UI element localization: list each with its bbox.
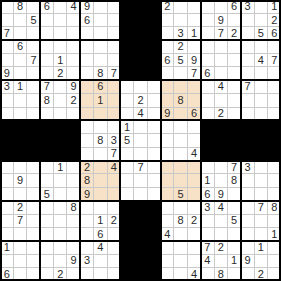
empty-cell-r9c11[interactable] <box>147 120 160 133</box>
empty-cell-r4c6[interactable] <box>80 54 93 67</box>
given-cell-r8c12: 9 <box>161 107 174 120</box>
empty-cell-r5c12[interactable] <box>161 67 174 80</box>
empty-cell-r18c6[interactable] <box>80 241 93 254</box>
empty-cell-r13c9[interactable] <box>120 174 133 187</box>
empty-cell-r19c8[interactable] <box>107 254 120 267</box>
empty-cell-r17c6[interactable] <box>80 227 93 240</box>
empty-cell-r16c0[interactable] <box>0 214 13 227</box>
empty-cell-r7c19[interactable] <box>254 94 267 107</box>
empty-cell-r1c19[interactable] <box>254 13 267 26</box>
empty-cell-r12c14[interactable] <box>187 161 200 174</box>
empty-cell-r6c6[interactable] <box>80 80 93 93</box>
empty-cell-r3c18[interactable] <box>241 40 254 53</box>
empty-cell-r2c2[interactable] <box>27 27 40 40</box>
empty-cell-r20c8[interactable] <box>107 268 120 281</box>
empty-cell-r12c20[interactable] <box>268 161 281 174</box>
empty-cell-r1c8[interactable] <box>107 13 120 26</box>
given-cell-r11c8: 7 <box>107 147 120 160</box>
empty-cell-r3c0[interactable] <box>0 40 13 53</box>
empty-cell-r15c2[interactable] <box>27 201 40 214</box>
empty-cell-r14c7[interactable] <box>94 187 107 200</box>
empty-cell-r8c17[interactable] <box>227 107 240 120</box>
empty-cell-r18c1[interactable] <box>13 241 26 254</box>
empty-cell-r1c12[interactable] <box>161 13 174 26</box>
empty-cell-r8c20[interactable] <box>268 107 281 120</box>
empty-cell-r19c14[interactable] <box>187 254 200 267</box>
empty-cell-r17c13[interactable] <box>174 227 187 240</box>
empty-cell-r8c6[interactable] <box>80 107 93 120</box>
empty-cell-r18c12[interactable] <box>161 241 174 254</box>
empty-cell-r18c4[interactable] <box>54 241 67 254</box>
empty-cell-r3c14[interactable] <box>187 40 200 53</box>
empty-cell-r9c13[interactable] <box>174 120 187 133</box>
empty-cell-r10c11[interactable] <box>147 134 160 147</box>
empty-cell-r7c6[interactable] <box>80 94 93 107</box>
empty-cell-r12c12[interactable] <box>161 161 174 174</box>
empty-cell-r8c5[interactable] <box>67 107 80 120</box>
empty-cell-r19c20[interactable] <box>268 254 281 267</box>
empty-cell-r15c12[interactable] <box>161 201 174 214</box>
empty-cell-r12c16[interactable] <box>214 161 227 174</box>
empty-cell-r7c14[interactable] <box>187 94 200 107</box>
given-cell-r14c6: 9 <box>80 187 93 200</box>
empty-cell-r16c20[interactable] <box>268 214 281 227</box>
given-cell-r10c7: 8 <box>94 134 107 147</box>
empty-cell-r8c7[interactable] <box>94 107 107 120</box>
empty-cell-r13c13[interactable] <box>174 174 187 187</box>
empty-cell-r5c3[interactable] <box>40 67 53 80</box>
empty-cell-r17c2[interactable] <box>27 227 40 240</box>
given-cell-r1c2: 5 <box>27 13 40 26</box>
empty-cell-r5c19[interactable] <box>254 67 267 80</box>
empty-cell-r13c14[interactable] <box>187 174 200 187</box>
empty-cell-r14c17[interactable] <box>227 187 240 200</box>
given-cell-r10c8: 3 <box>107 134 120 147</box>
empty-cell-r13c12[interactable] <box>161 174 174 187</box>
empty-cell-r14c4[interactable] <box>54 187 67 200</box>
empty-cell-r16c4[interactable] <box>54 214 67 227</box>
empty-cell-r7c16[interactable] <box>214 94 227 107</box>
empty-cell-r5c18[interactable] <box>241 67 254 80</box>
empty-cell-r13c19[interactable] <box>254 174 267 187</box>
empty-cell-r15c13[interactable] <box>174 201 187 214</box>
empty-cell-r15c4[interactable] <box>54 201 67 214</box>
empty-cell-r12c0[interactable] <box>0 161 13 174</box>
given-cell-r5c15: 6 <box>201 67 214 80</box>
empty-cell-r3c19[interactable] <box>254 40 267 53</box>
empty-cell-r6c15[interactable] <box>201 80 214 93</box>
empty-cell-r18c2[interactable] <box>27 241 40 254</box>
empty-cell-r6c14[interactable] <box>187 80 200 93</box>
empty-cell-r8c18[interactable] <box>241 107 254 120</box>
empty-cell-r18c3[interactable] <box>40 241 53 254</box>
given-cell-r20c14: 4 <box>187 268 200 281</box>
empty-cell-r12c1[interactable] <box>13 161 26 174</box>
empty-cell-r12c7[interactable] <box>94 161 107 174</box>
empty-cell-r10c12[interactable] <box>161 134 174 147</box>
empty-cell-r3c7[interactable] <box>94 40 107 53</box>
empty-cell-r12c11[interactable] <box>147 161 160 174</box>
empty-cell-r0c2[interactable] <box>27 0 40 13</box>
empty-cell-r2c8[interactable] <box>107 27 120 40</box>
empty-cell-r20c5[interactable] <box>67 268 80 281</box>
empty-cell-r11c11[interactable] <box>147 147 160 160</box>
empty-cell-r17c15[interactable] <box>201 227 214 240</box>
empty-cell-r8c9[interactable] <box>120 107 133 120</box>
empty-cell-r2c15[interactable] <box>201 27 214 40</box>
empty-cell-r4c17[interactable] <box>227 54 240 67</box>
empty-cell-r14c12[interactable] <box>161 187 174 200</box>
empty-cell-r14c10[interactable] <box>134 187 147 200</box>
empty-cell-r14c0[interactable] <box>0 187 13 200</box>
empty-cell-r20c12[interactable] <box>161 268 174 281</box>
given-cell-r13c15: 1 <box>201 174 214 187</box>
empty-cell-r14c9[interactable] <box>120 187 133 200</box>
empty-cell-r19c7[interactable] <box>94 254 107 267</box>
empty-cell-r18c8[interactable] <box>107 241 120 254</box>
empty-cell-r18c14[interactable] <box>187 241 200 254</box>
given-cell-r12c4: 1 <box>54 161 67 174</box>
empty-cell-r0c8[interactable] <box>107 0 120 13</box>
empty-cell-r1c15[interactable] <box>201 13 214 26</box>
empty-cell-r13c4[interactable] <box>54 174 67 187</box>
empty-cell-r16c19[interactable] <box>254 214 267 227</box>
empty-cell-r7c2[interactable] <box>27 94 40 107</box>
empty-cell-r4c8[interactable] <box>107 54 120 67</box>
empty-cell-r8c8[interactable] <box>107 107 120 120</box>
empty-cell-r8c4[interactable] <box>54 107 67 120</box>
empty-cell-r7c15[interactable] <box>201 94 214 107</box>
empty-cell-r20c1[interactable] <box>13 268 26 281</box>
empty-cell-r6c2[interactable] <box>27 80 40 93</box>
empty-cell-r7c9[interactable] <box>120 94 133 107</box>
empty-cell-r11c10[interactable] <box>134 147 147 160</box>
given-cell-r13c17: 8 <box>227 174 240 187</box>
empty-cell-r14c8[interactable] <box>107 187 120 200</box>
empty-cell-r7c17[interactable] <box>227 94 240 107</box>
empty-cell-r6c12[interactable] <box>161 80 174 93</box>
empty-cell-r0c19[interactable] <box>254 0 267 13</box>
empty-cell-r14c2[interactable] <box>27 187 40 200</box>
empty-cell-r1c7[interactable] <box>94 13 107 26</box>
empty-cell-r8c0[interactable] <box>0 107 13 120</box>
given-cell-r4c2: 7 <box>27 54 40 67</box>
empty-cell-r19c4[interactable] <box>54 254 67 267</box>
empty-cell-r1c1[interactable] <box>13 13 26 26</box>
empty-cell-r17c18[interactable] <box>241 227 254 240</box>
empty-cell-r8c15[interactable] <box>201 107 214 120</box>
empty-cell-r5c5[interactable] <box>67 67 80 80</box>
empty-cell-r8c19[interactable] <box>254 107 267 120</box>
empty-cell-r16c5[interactable] <box>67 214 80 227</box>
empty-cell-r3c8[interactable] <box>107 40 120 53</box>
empty-cell-r20c7[interactable] <box>94 268 107 281</box>
empty-cell-r6c19[interactable] <box>254 80 267 93</box>
empty-cell-r6c13[interactable] <box>174 80 187 93</box>
empty-cell-r2c6[interactable] <box>80 27 93 40</box>
empty-cell-r1c4[interactable] <box>54 13 67 26</box>
empty-cell-r0c7[interactable] <box>94 0 107 13</box>
empty-cell-r13c20[interactable] <box>268 174 281 187</box>
empty-cell-r9c12[interactable] <box>161 120 174 133</box>
empty-cell-r19c13[interactable] <box>174 254 187 267</box>
given-cell-r19c15: 4 <box>201 254 214 267</box>
empty-cell-r1c13[interactable] <box>174 13 187 26</box>
empty-cell-r13c18[interactable] <box>241 174 254 187</box>
empty-cell-r4c5[interactable] <box>67 54 80 67</box>
empty-cell-r12c15[interactable] <box>201 161 214 174</box>
empty-cell-r5c6[interactable] <box>80 67 93 80</box>
empty-cell-r15c14[interactable] <box>187 201 200 214</box>
empty-cell-r3c15[interactable] <box>201 40 214 53</box>
empty-cell-r19c1[interactable] <box>13 254 26 267</box>
empty-cell-r3c6[interactable] <box>80 40 93 53</box>
empty-cell-r8c3[interactable] <box>40 107 53 120</box>
empty-cell-r13c5[interactable] <box>67 174 80 187</box>
empty-cell-r4c0[interactable] <box>0 54 13 67</box>
empty-cell-r2c1[interactable] <box>13 27 26 40</box>
empty-cell-r18c5[interactable] <box>67 241 80 254</box>
given-cell-r6c1: 1 <box>13 80 26 93</box>
given-cell-r8c16: 2 <box>214 107 227 120</box>
empty-cell-r18c13[interactable] <box>174 241 187 254</box>
empty-cell-r9c10[interactable] <box>134 120 147 133</box>
empty-cell-r9c14[interactable] <box>187 120 200 133</box>
given-cell-r3c13: 2 <box>174 40 187 53</box>
given-cell-r6c7: 6 <box>94 80 107 93</box>
empty-cell-r7c8[interactable] <box>107 94 120 107</box>
empty-cell-r8c13[interactable] <box>174 107 187 120</box>
empty-cell-r0c14[interactable] <box>187 0 200 13</box>
empty-cell-r12c13[interactable] <box>174 161 187 174</box>
empty-cell-r1c3[interactable] <box>40 13 53 26</box>
given-cell-r0c18: 3 <box>241 0 254 13</box>
empty-cell-r2c5[interactable] <box>67 27 80 40</box>
empty-cell-r7c4[interactable] <box>54 94 67 107</box>
empty-cell-r1c14[interactable] <box>187 13 200 26</box>
empty-cell-r20c15[interactable] <box>201 268 214 281</box>
empty-cell-r20c13[interactable] <box>174 268 187 281</box>
empty-cell-r12c19[interactable] <box>254 161 267 174</box>
empty-cell-r9c6[interactable] <box>80 120 93 133</box>
empty-cell-r4c3[interactable] <box>40 54 53 67</box>
empty-cell-r20c20[interactable] <box>268 268 281 281</box>
empty-cell-r15c6[interactable] <box>80 201 93 214</box>
empty-cell-r19c2[interactable] <box>27 254 40 267</box>
empty-cell-r13c3[interactable] <box>40 174 53 187</box>
given-cell-r18c15: 7 <box>201 241 214 254</box>
empty-cell-r15c17[interactable] <box>227 201 240 214</box>
empty-cell-r10c13[interactable] <box>174 134 187 147</box>
empty-cell-r20c17[interactable] <box>227 268 240 281</box>
empty-cell-r15c0[interactable] <box>0 201 13 214</box>
empty-cell-r20c3[interactable] <box>40 268 53 281</box>
empty-cell-r6c17[interactable] <box>227 80 240 93</box>
empty-cell-r13c0[interactable] <box>0 174 13 187</box>
empty-cell-r9c7[interactable] <box>94 120 107 133</box>
empty-cell-r5c20[interactable] <box>268 67 281 80</box>
empty-cell-r17c17[interactable] <box>227 227 240 240</box>
empty-cell-r12c2[interactable] <box>27 161 40 174</box>
empty-cell-r7c20[interactable] <box>268 94 281 107</box>
empty-cell-r16c16[interactable] <box>214 214 227 227</box>
empty-cell-r18c18[interactable] <box>241 241 254 254</box>
empty-cell-r11c6[interactable] <box>80 147 93 160</box>
empty-cell-r0c4[interactable] <box>54 0 67 13</box>
given-cell-r2c19: 5 <box>254 27 267 40</box>
empty-cell-r16c3[interactable] <box>40 214 53 227</box>
empty-cell-r2c4[interactable] <box>54 27 67 40</box>
empty-cell-r13c2[interactable] <box>27 174 40 187</box>
empty-cell-r6c9[interactable] <box>120 80 133 93</box>
empty-cell-r4c7[interactable] <box>94 54 107 67</box>
empty-cell-r0c15[interactable] <box>201 0 214 13</box>
empty-cell-r1c0[interactable] <box>0 13 13 26</box>
empty-cell-r17c4[interactable] <box>54 227 67 240</box>
empty-cell-r14c19[interactable] <box>254 187 267 200</box>
empty-cell-r10c10[interactable] <box>134 134 147 147</box>
empty-cell-r6c4[interactable] <box>54 80 67 93</box>
empty-cell-r5c16[interactable] <box>214 67 227 80</box>
given-cell-r15c1: 2 <box>13 201 26 214</box>
given-cell-r15c15: 3 <box>201 201 214 214</box>
empty-cell-r16c6[interactable] <box>80 214 93 227</box>
empty-cell-r14c18[interactable] <box>241 187 254 200</box>
empty-cell-r13c7[interactable] <box>94 174 107 187</box>
empty-cell-r9c8[interactable] <box>107 120 120 133</box>
empty-cell-r0c13[interactable] <box>174 0 187 13</box>
empty-cell-r3c12[interactable] <box>161 40 174 53</box>
empty-cell-r7c18[interactable] <box>241 94 254 107</box>
empty-cell-r19c16[interactable] <box>214 254 227 267</box>
empty-cell-r7c11[interactable] <box>147 94 160 107</box>
empty-cell-r10c6[interactable] <box>80 134 93 147</box>
empty-cell-r14c20[interactable] <box>268 187 281 200</box>
empty-cell-r2c12[interactable] <box>161 27 174 40</box>
empty-cell-r8c11[interactable] <box>147 107 160 120</box>
empty-cell-r17c1[interactable] <box>13 227 26 240</box>
empty-cell-r13c8[interactable] <box>107 174 120 187</box>
empty-cell-r15c3[interactable] <box>40 201 53 214</box>
empty-cell-r4c15[interactable] <box>201 54 214 67</box>
empty-cell-r2c18[interactable] <box>241 27 254 40</box>
empty-cell-r2c7[interactable] <box>94 27 107 40</box>
empty-cell-r14c5[interactable] <box>67 187 80 200</box>
empty-cell-r18c20[interactable] <box>268 241 281 254</box>
empty-cell-r11c13[interactable] <box>174 147 187 160</box>
empty-cell-r17c14[interactable] <box>187 227 200 240</box>
empty-cell-r17c3[interactable] <box>40 227 53 240</box>
empty-cell-r19c0[interactable] <box>0 254 13 267</box>
empty-cell-r3c20[interactable] <box>268 40 281 53</box>
empty-cell-r0c0[interactable] <box>0 0 13 13</box>
empty-cell-r13c16[interactable] <box>214 174 227 187</box>
empty-cell-r16c15[interactable] <box>201 214 214 227</box>
empty-cell-r17c19[interactable] <box>254 227 267 240</box>
given-cell-r3c1: 6 <box>13 40 26 53</box>
empty-cell-r11c12[interactable] <box>161 147 174 160</box>
empty-cell-r13c11[interactable] <box>147 174 160 187</box>
empty-cell-r20c2[interactable] <box>27 268 40 281</box>
empty-cell-r17c8[interactable] <box>107 227 120 240</box>
empty-cell-r4c1[interactable] <box>13 54 26 67</box>
empty-cell-r13c10[interactable] <box>134 174 147 187</box>
empty-cell-r6c8[interactable] <box>107 80 120 93</box>
empty-cell-r12c9[interactable] <box>120 161 133 174</box>
empty-cell-r5c2[interactable] <box>27 67 40 80</box>
empty-cell-r19c12[interactable] <box>161 254 174 267</box>
empty-cell-r3c16[interactable] <box>214 40 227 53</box>
empty-cell-r8c1[interactable] <box>13 107 26 120</box>
empty-cell-r0c16[interactable] <box>214 0 227 13</box>
given-cell-r4c19: 4 <box>254 54 267 67</box>
empty-cell-r5c1[interactable] <box>13 67 26 80</box>
empty-cell-r3c3[interactable] <box>40 40 53 53</box>
given-cell-r2c0: 7 <box>0 27 13 40</box>
given-cell-r15c20: 8 <box>268 201 281 214</box>
empty-cell-r1c17[interactable] <box>227 13 240 26</box>
empty-cell-r14c1[interactable] <box>13 187 26 200</box>
empty-cell-r18c17[interactable] <box>227 241 240 254</box>
empty-cell-r5c17[interactable] <box>227 67 240 80</box>
empty-cell-r10c14[interactable] <box>187 134 200 147</box>
empty-cell-r16c12[interactable] <box>161 214 174 227</box>
empty-cell-r20c18[interactable] <box>241 268 254 281</box>
empty-cell-r15c7[interactable] <box>94 201 107 214</box>
empty-cell-r20c6[interactable] <box>80 268 93 281</box>
empty-cell-r12c5[interactable] <box>67 161 80 174</box>
empty-cell-r16c2[interactable] <box>27 214 40 227</box>
empty-cell-r15c8[interactable] <box>107 201 120 214</box>
given-cell-r8c14: 6 <box>187 107 200 120</box>
empty-cell-r14c11[interactable] <box>147 187 160 200</box>
empty-cell-r15c18[interactable] <box>241 201 254 214</box>
given-cell-r0c20: 1 <box>268 0 281 13</box>
empty-cell-r7c1[interactable] <box>13 94 26 107</box>
empty-cell-r4c16[interactable] <box>214 54 227 67</box>
empty-cell-r3c5[interactable] <box>67 40 80 53</box>
given-cell-r7c7: 1 <box>94 94 107 107</box>
empty-cell-r17c5[interactable] <box>67 227 80 240</box>
empty-cell-r19c3[interactable] <box>40 254 53 267</box>
empty-cell-r19c19[interactable] <box>254 254 267 267</box>
empty-cell-r7c0[interactable] <box>0 94 13 107</box>
empty-cell-r5c13[interactable] <box>174 67 187 80</box>
given-cell-r7c13: 8 <box>174 94 187 107</box>
empty-cell-r7c12[interactable] <box>161 94 174 107</box>
empty-cell-r17c16[interactable] <box>214 227 227 240</box>
empty-cell-r17c0[interactable] <box>0 227 13 240</box>
empty-cell-r6c10[interactable] <box>134 80 147 93</box>
empty-cell-r8c2[interactable] <box>27 107 40 120</box>
empty-cell-r4c18[interactable] <box>241 54 254 67</box>
empty-cell-r16c18[interactable] <box>241 214 254 227</box>
empty-cell-r3c4[interactable] <box>54 40 67 53</box>
empty-cell-r6c11[interactable] <box>147 80 160 93</box>
empty-cell-r6c20[interactable] <box>268 80 281 93</box>
given-cell-r17c20: 1 <box>268 227 281 240</box>
empty-cell-r11c9[interactable] <box>120 147 133 160</box>
empty-cell-r3c2[interactable] <box>27 40 40 53</box>
empty-cell-r1c5[interactable] <box>67 13 80 26</box>
empty-cell-r14c14[interactable] <box>187 187 200 200</box>
given-cell-r2c13: 3 <box>174 27 187 40</box>
empty-cell-r1c18[interactable] <box>241 13 254 26</box>
empty-cell-r11c7[interactable] <box>94 147 107 160</box>
empty-cell-r3c17[interactable] <box>227 40 240 53</box>
empty-cell-r12c3[interactable] <box>40 161 53 174</box>
empty-cell-r2c3[interactable] <box>40 27 53 40</box>
